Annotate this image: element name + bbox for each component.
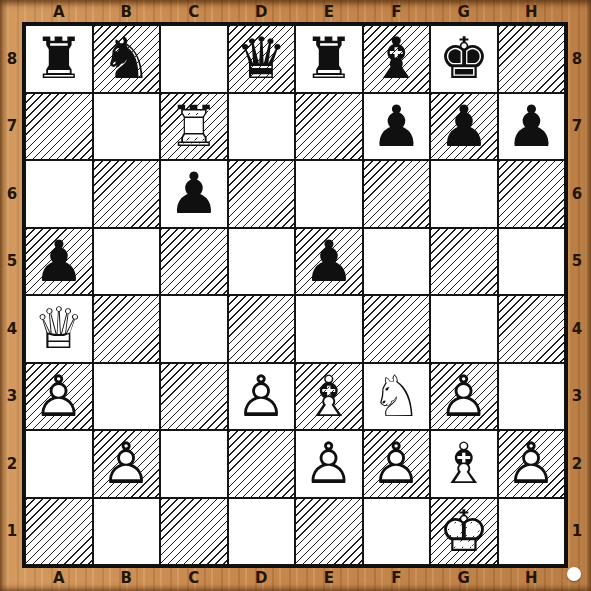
- square-b4[interactable]: [93, 295, 161, 363]
- square-g3[interactable]: ♟♙: [430, 363, 498, 431]
- rank-label-right-5: 5: [572, 252, 582, 270]
- black-king-piece: ♚: [431, 26, 497, 92]
- piece-glyph: ♝: [364, 26, 430, 92]
- file-label-bottom-d: D: [255, 569, 267, 587]
- square-d1[interactable]: [228, 498, 296, 566]
- file-label-bottom-e: E: [324, 569, 334, 587]
- square-d2[interactable]: [228, 430, 296, 498]
- square-f3[interactable]: ♞♘: [363, 363, 431, 431]
- rank-label-right-3: 3: [572, 387, 582, 405]
- white-knight-piece: ♞♘: [364, 364, 430, 430]
- square-h1[interactable]: [498, 498, 566, 566]
- piece-glyph: ♙: [26, 364, 92, 430]
- rank-label-right-1: 1: [572, 522, 582, 540]
- square-e8[interactable]: ♜: [295, 25, 363, 93]
- rank-label-left-4: 4: [7, 320, 17, 338]
- square-g7[interactable]: ♟: [430, 93, 498, 161]
- side-to-move-indicator: [567, 567, 581, 581]
- square-f4[interactable]: [363, 295, 431, 363]
- piece-glyph: ♚: [431, 26, 497, 92]
- chessboard: ♜♞♛♜♝♚♜♖♟♟♟♟♟♟♛♕♟♙♟♙♝♗♞♘♟♙♟♙♟♙♟♙♝♗♟♙♚♔: [22, 22, 568, 568]
- piece-glyph: ♙: [364, 431, 430, 497]
- piece-glyph: ♖: [161, 94, 227, 160]
- piece-glyph: ♟: [26, 229, 92, 295]
- square-d7[interactable]: [228, 93, 296, 161]
- piece-glyph: ♙: [229, 364, 295, 430]
- file-label-bottom-h: H: [525, 569, 538, 587]
- file-label-top-g: G: [458, 3, 470, 21]
- white-pawn-piece: ♟♙: [364, 431, 430, 497]
- piece-glyph: ♞: [94, 26, 160, 92]
- square-h8[interactable]: [498, 25, 566, 93]
- square-a6[interactable]: [25, 160, 93, 228]
- rank-label-left-8: 8: [7, 50, 17, 68]
- piece-glyph: ♙: [296, 431, 362, 497]
- black-pawn-piece: ♟: [499, 94, 565, 160]
- piece-glyph: ♔: [431, 499, 497, 565]
- square-h4[interactable]: [498, 295, 566, 363]
- white-pawn-piece: ♟♙: [296, 431, 362, 497]
- rank-label-right-7: 7: [572, 117, 582, 135]
- file-label-bottom-f: F: [391, 569, 401, 587]
- square-g5[interactable]: [430, 228, 498, 296]
- square-b7[interactable]: [93, 93, 161, 161]
- black-pawn-piece: ♟: [431, 94, 497, 160]
- square-a8[interactable]: ♜: [25, 25, 93, 93]
- square-a7[interactable]: [25, 93, 93, 161]
- square-c2[interactable]: [160, 430, 228, 498]
- white-pawn-piece: ♟♙: [229, 364, 295, 430]
- square-c5[interactable]: [160, 228, 228, 296]
- piece-glyph: ♙: [431, 364, 497, 430]
- black-rook-piece: ♜: [296, 26, 362, 92]
- square-f7[interactable]: ♟: [363, 93, 431, 161]
- piece-glyph: ♟: [296, 229, 362, 295]
- rank-label-right-4: 4: [572, 320, 582, 338]
- black-knight-piece: ♞: [94, 26, 160, 92]
- square-a1[interactable]: [25, 498, 93, 566]
- square-d3[interactable]: ♟♙: [228, 363, 296, 431]
- white-pawn-piece: ♟♙: [26, 364, 92, 430]
- file-label-bottom-g: G: [458, 569, 470, 587]
- square-e7[interactable]: [295, 93, 363, 161]
- square-f5[interactable]: [363, 228, 431, 296]
- square-a2[interactable]: [25, 430, 93, 498]
- file-label-top-f: F: [391, 3, 401, 21]
- rank-label-right-2: 2: [572, 455, 582, 473]
- square-f1[interactable]: [363, 498, 431, 566]
- square-c8[interactable]: [160, 25, 228, 93]
- black-pawn-piece: ♟: [161, 161, 227, 227]
- black-pawn-piece: ♟: [26, 229, 92, 295]
- piece-glyph: ♜: [26, 26, 92, 92]
- file-label-top-c: C: [188, 3, 199, 21]
- piece-glyph: ♙: [94, 431, 160, 497]
- black-rook-piece: ♜: [26, 26, 92, 92]
- piece-glyph: ♛: [229, 26, 295, 92]
- square-f2[interactable]: ♟♙: [363, 430, 431, 498]
- rank-label-left-7: 7: [7, 117, 17, 135]
- square-c1[interactable]: [160, 498, 228, 566]
- white-queen-piece: ♛♕: [26, 296, 92, 362]
- square-e6[interactable]: [295, 160, 363, 228]
- piece-glyph: ♙: [499, 431, 565, 497]
- piece-glyph: ♕: [26, 296, 92, 362]
- white-pawn-piece: ♟♙: [499, 431, 565, 497]
- square-g8[interactable]: ♚: [430, 25, 498, 93]
- file-label-top-a: A: [53, 3, 65, 21]
- piece-glyph: ♟: [499, 94, 565, 160]
- square-b8[interactable]: ♞: [93, 25, 161, 93]
- square-b1[interactable]: [93, 498, 161, 566]
- file-label-top-d: D: [255, 3, 267, 21]
- square-e2[interactable]: ♟♙: [295, 430, 363, 498]
- square-f8[interactable]: ♝: [363, 25, 431, 93]
- piece-glyph: ♟: [161, 161, 227, 227]
- rank-label-left-5: 5: [7, 252, 17, 270]
- square-d6[interactable]: [228, 160, 296, 228]
- square-g1[interactable]: ♚♔: [430, 498, 498, 566]
- white-bishop-piece: ♝♗: [431, 431, 497, 497]
- rank-label-left-2: 2: [7, 455, 17, 473]
- black-pawn-piece: ♟: [296, 229, 362, 295]
- file-label-top-b: B: [121, 3, 132, 21]
- black-bishop-piece: ♝: [364, 26, 430, 92]
- piece-glyph: ♘: [364, 364, 430, 430]
- rank-label-left-6: 6: [7, 185, 17, 203]
- white-bishop-piece: ♝♗: [296, 364, 362, 430]
- white-pawn-piece: ♟♙: [431, 364, 497, 430]
- square-g2[interactable]: ♝♗: [430, 430, 498, 498]
- square-d5[interactable]: [228, 228, 296, 296]
- square-e4[interactable]: [295, 295, 363, 363]
- file-label-bottom-c: C: [188, 569, 199, 587]
- square-b6[interactable]: [93, 160, 161, 228]
- white-pawn-piece: ♟♙: [94, 431, 160, 497]
- square-c4[interactable]: [160, 295, 228, 363]
- white-rook-piece: ♜♖: [161, 94, 227, 160]
- square-c6[interactable]: ♟: [160, 160, 228, 228]
- piece-glyph: ♟: [364, 94, 430, 160]
- rank-label-right-6: 6: [572, 185, 582, 203]
- piece-glyph: ♟: [431, 94, 497, 160]
- square-h5[interactable]: [498, 228, 566, 296]
- file-label-top-e: E: [324, 3, 334, 21]
- square-h3[interactable]: [498, 363, 566, 431]
- square-h7[interactable]: ♟: [498, 93, 566, 161]
- square-c3[interactable]: [160, 363, 228, 431]
- file-label-bottom-b: B: [121, 569, 132, 587]
- square-h6[interactable]: [498, 160, 566, 228]
- square-f6[interactable]: [363, 160, 431, 228]
- square-e1[interactable]: [295, 498, 363, 566]
- file-label-top-h: H: [525, 3, 538, 21]
- square-a3[interactable]: ♟♙: [25, 363, 93, 431]
- square-h2[interactable]: ♟♙: [498, 430, 566, 498]
- square-g4[interactable]: [430, 295, 498, 363]
- square-d4[interactable]: [228, 295, 296, 363]
- rank-label-left-3: 3: [7, 387, 17, 405]
- piece-glyph: ♗: [431, 431, 497, 497]
- square-b2[interactable]: ♟♙: [93, 430, 161, 498]
- piece-glyph: ♜: [296, 26, 362, 92]
- square-d8[interactable]: ♛: [228, 25, 296, 93]
- square-e3[interactable]: ♝♗: [295, 363, 363, 431]
- white-king-piece: ♚♔: [431, 499, 497, 565]
- square-b5[interactable]: [93, 228, 161, 296]
- square-g6[interactable]: [430, 160, 498, 228]
- file-label-bottom-a: A: [53, 569, 65, 587]
- square-e5[interactable]: ♟: [295, 228, 363, 296]
- square-b3[interactable]: [93, 363, 161, 431]
- square-a4[interactable]: ♛♕: [25, 295, 93, 363]
- black-pawn-piece: ♟: [364, 94, 430, 160]
- square-c7[interactable]: ♜♖: [160, 93, 228, 161]
- square-a5[interactable]: ♟: [25, 228, 93, 296]
- piece-glyph: ♗: [296, 364, 362, 430]
- rank-label-left-1: 1: [7, 522, 17, 540]
- black-queen-piece: ♛: [229, 26, 295, 92]
- rank-label-right-8: 8: [572, 50, 582, 68]
